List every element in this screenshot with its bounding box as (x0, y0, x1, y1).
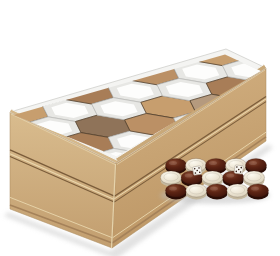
checkers-tray (160, 158, 268, 199)
product-photo (0, 0, 280, 256)
die (234, 165, 243, 174)
checker-dark (247, 184, 268, 200)
checker-dark (206, 184, 227, 200)
lid-hex-wood (195, 23, 271, 52)
checker-light (186, 184, 207, 200)
die (192, 166, 202, 176)
backgammon-case-photo (0, 0, 280, 256)
checker-dark (165, 184, 186, 200)
checker-light (227, 184, 248, 200)
lid-hex-white (277, 88, 280, 117)
